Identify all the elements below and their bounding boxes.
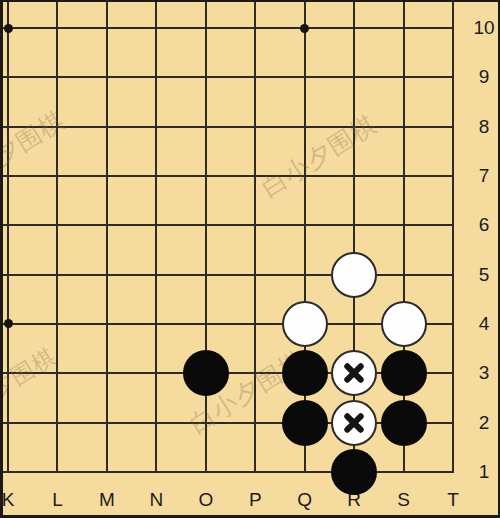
grid-line-col-M xyxy=(106,0,108,473)
row-label-9: 9 xyxy=(467,68,500,86)
star-point-K4 xyxy=(4,319,13,328)
col-label-N: N xyxy=(139,491,173,509)
row-label-2: 2 xyxy=(467,414,500,432)
grid-line-col-N xyxy=(155,0,157,473)
col-label-M: M xyxy=(90,491,124,509)
black-stone-O3[interactable] xyxy=(183,350,229,396)
row-label-6: 6 xyxy=(467,216,500,234)
row-label-7: 7 xyxy=(467,167,500,185)
black-stone-Q2[interactable] xyxy=(282,400,328,446)
image-border-top xyxy=(0,0,500,2)
grid-line-col-K xyxy=(7,0,9,473)
col-label-S: S xyxy=(387,491,421,509)
row-label-3: 3 xyxy=(467,364,500,382)
image-border-left xyxy=(0,0,3,518)
star-point-Q10 xyxy=(300,24,309,33)
col-label-O: O xyxy=(189,491,223,509)
black-stone-Q3[interactable] xyxy=(282,350,328,396)
marked-white-stone-R3[interactable] xyxy=(331,350,377,396)
grid-line-row-7 xyxy=(0,175,454,177)
row-label-10: 10 xyxy=(467,19,500,37)
black-stone-S3[interactable] xyxy=(381,350,427,396)
white-stone-R5[interactable] xyxy=(331,252,377,298)
row-label-5: 5 xyxy=(467,266,500,284)
black-stone-R1[interactable] xyxy=(331,449,377,495)
col-label-P: P xyxy=(238,491,272,509)
col-label-T: T xyxy=(436,491,470,509)
col-label-K: K xyxy=(0,491,25,509)
col-label-L: L xyxy=(40,491,74,509)
watermark-text: 白小夕围棋 xyxy=(0,341,62,431)
grid-line-row-6 xyxy=(0,224,454,226)
go-board[interactable]: 白小夕围棋白小夕围棋白小夕围棋白小夕围棋 10987654321 KLMNOPQ… xyxy=(0,0,500,518)
row-label-4: 4 xyxy=(467,315,500,333)
col-label-Q: Q xyxy=(288,491,322,509)
grid-line-col-L xyxy=(56,0,58,473)
black-stone-S2[interactable] xyxy=(381,400,427,446)
watermark-text: 白小夕围棋 xyxy=(0,104,71,201)
grid-line-col-T xyxy=(452,0,454,473)
star-point-K10 xyxy=(4,24,13,33)
row-label-8: 8 xyxy=(467,118,500,136)
grid-line-row-10 xyxy=(0,27,454,29)
grid-line-row-1 xyxy=(0,471,454,473)
marked-white-stone-R2[interactable] xyxy=(331,400,377,446)
white-stone-Q4[interactable] xyxy=(282,301,328,347)
watermark-text: 白小夕围棋 xyxy=(255,108,383,205)
grid-line-row-5 xyxy=(0,274,454,276)
grid-line-row-9 xyxy=(0,76,454,78)
row-label-1: 1 xyxy=(467,463,500,481)
white-stone-S4[interactable] xyxy=(381,301,427,347)
